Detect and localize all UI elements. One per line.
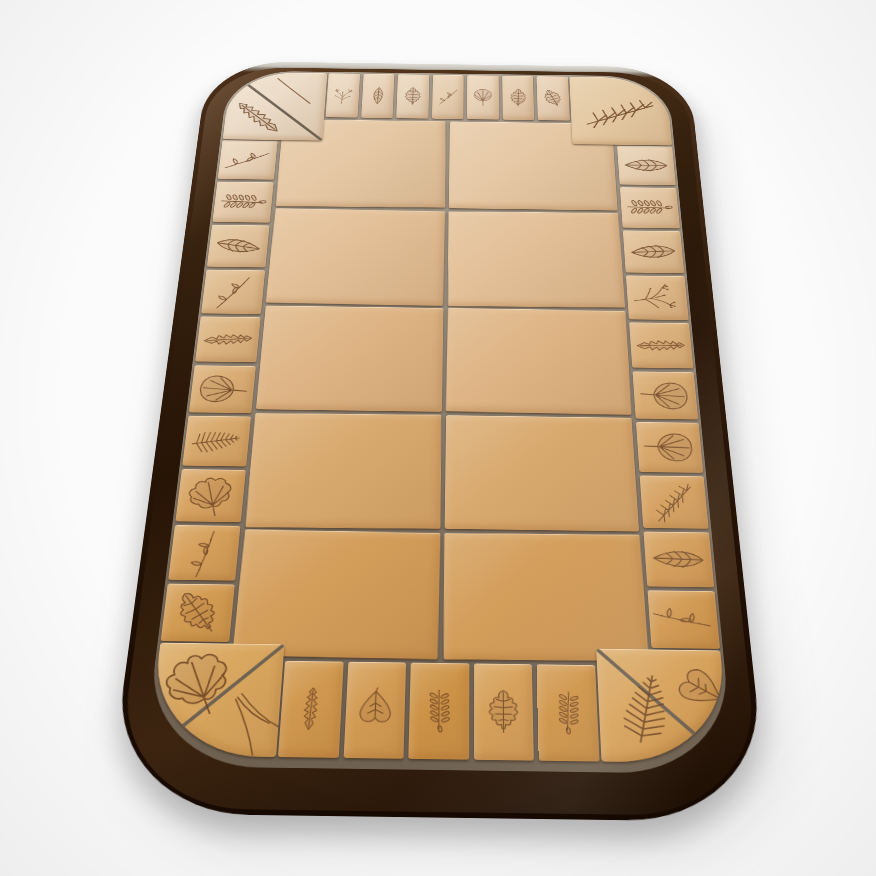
flower-spray-imprint-icon (326, 76, 359, 115)
tile-table (113, 67, 763, 817)
center-tile-r2c1 (266, 208, 445, 306)
oak-leaf-narrow-imprint-icon (537, 77, 570, 119)
leaflet-twig-imprint-icon (625, 189, 674, 227)
lyrate-leaf-imprint-icon (642, 425, 697, 471)
border-tile-top-4-leafy-spray (432, 75, 464, 119)
border-tile-bottom-2-burdock-leaf (343, 662, 406, 759)
geranium-leaf-imprint-icon (638, 373, 691, 418)
border-tile-top-5-round-leaf-faint (467, 75, 499, 119)
border-tile-right-10-branching-twig (648, 590, 720, 648)
oak-leaf-large-imprint-icon (504, 79, 532, 118)
oak-sapling-imprint-icon (399, 77, 427, 115)
oval-leaf-veined-imprint-icon (626, 232, 681, 270)
smooth-oval-leaf-imprint-icon (650, 534, 708, 584)
small-sprig-imprint-icon (206, 270, 261, 313)
corner-fan-bottom-left (147, 643, 285, 757)
blossom-twig-imprint-icon (218, 140, 278, 179)
border-tile-bottom-3-vetch-pinnate (409, 663, 470, 760)
aspen-leaf-imprint-icon (192, 366, 253, 412)
leafy-spray-imprint-icon (432, 77, 464, 116)
branching-twig-imprint-icon (648, 590, 720, 648)
border-tile-left-8-grape-leaf (175, 469, 245, 522)
burdock-leaf-imprint-icon (348, 668, 402, 751)
center-tile-r5c2 (443, 533, 648, 661)
umbel-spray-imprint-icon (626, 275, 688, 320)
border-tile-top-7-oak-leaf-narrow (537, 76, 570, 120)
dandelion-lobed-leaf-imprint-icon (202, 318, 254, 360)
dandelion-leaf-imprint-icon (633, 325, 689, 366)
border-tile-left-10-oak-leaf-diagonal (161, 584, 235, 642)
border-tile-right-1-willow-leaf (617, 146, 676, 185)
border-tile-right-2-leaflet-twig (620, 187, 680, 228)
border-tile-right-9-smooth-oval-leaf (644, 532, 715, 588)
pine-branch-imprint-icon (580, 84, 661, 143)
corner-fan-top-right (569, 77, 672, 146)
center-tile-r4c2 (444, 415, 639, 532)
corner-fan-bottom-right (596, 649, 731, 764)
center-tile-r2c2 (448, 211, 625, 307)
border-tile-left-7-fern-branch (182, 416, 251, 467)
oak-leaf-diagonal-imprint-icon (161, 584, 235, 642)
corner-fan-top-left (223, 72, 328, 141)
center-tile-r4c1 (245, 413, 441, 528)
border-tile-left-5-dandelion-lobed-leaf (195, 316, 260, 362)
border-tile-bottom-5-robinia-twig (537, 664, 600, 761)
heather-twig-imprint-icon (640, 476, 709, 529)
grape-leaf-imprint-icon (179, 469, 243, 522)
flower-twig-imprint-icon (168, 525, 240, 581)
oval-serrated-leaf-imprint-icon (362, 76, 394, 115)
border-tile-bottom-4-oak-lobed-leaf (474, 663, 534, 760)
oak-lobed-leaf-imprint-icon (478, 670, 530, 754)
center-tile-r3c1 (256, 306, 443, 412)
table-frame (113, 67, 763, 817)
border-tile-top-3-oak-sapling (396, 74, 429, 118)
tile-field (142, 70, 735, 774)
border-tile-bottom-1-sage-leaf (278, 661, 343, 758)
border-tile-right-3-oval-leaf-veined (623, 230, 684, 273)
border-tile-left-3-chestnut-leaf (207, 225, 270, 268)
vetch-pinnate-imprint-icon (409, 686, 470, 736)
border-tile-top-1-flower-spray (325, 73, 359, 117)
border-tile-right-7-lyrate-leaf (636, 422, 703, 473)
rowan-pinnate-imprint-icon (215, 183, 271, 221)
border-tile-right-8-heather-twig (640, 476, 709, 529)
border-tile-top-2-oval-serrated-leaf (361, 74, 395, 118)
border-tile-left-9-flower-twig (168, 525, 240, 581)
center-tile-r5c1 (232, 529, 440, 659)
border-tile-left-2-rowan-pinnate (212, 182, 273, 223)
border-tile-left-4-small-sprig (201, 269, 265, 313)
fern-branch-imprint-icon (188, 417, 246, 467)
willow-leaf-imprint-icon (621, 148, 671, 182)
center-tile-r3c2 (445, 308, 631, 415)
chestnut-leaf-imprint-icon (208, 225, 268, 268)
photo-background (0, 0, 876, 876)
robinia-twig-imprint-icon (537, 685, 600, 740)
border-tile-right-4-umbel-spray (626, 275, 689, 320)
border-tile-left-1-blossom-twig (218, 140, 278, 179)
round-leaf-faint-imprint-icon (469, 78, 496, 116)
border-tile-right-6-geranium-leaf (633, 371, 699, 420)
border-tile-top-6-oak-leaf-large (502, 76, 534, 120)
border-tile-right-5-dandelion-leaf (629, 322, 693, 369)
border-tile-left-6-aspen-leaf (189, 365, 256, 413)
sage-leaf-imprint-icon (280, 666, 341, 752)
